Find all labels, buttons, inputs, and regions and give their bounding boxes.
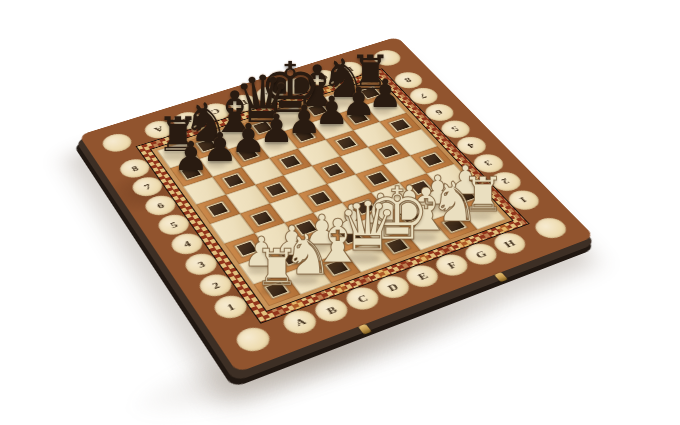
coordinate-label: 3: [482, 159, 494, 168]
coordinate-label: 3: [195, 259, 207, 270]
dark-square-inlay: [399, 209, 420, 222]
coordinate-label: 6: [155, 200, 166, 210]
dark-square-inlay: [296, 221, 317, 235]
dark-square-inlay: [266, 282, 287, 297]
coordinate-label: 1: [517, 195, 530, 205]
dark-square-inlay: [252, 212, 272, 226]
dark-square-inlay: [411, 181, 431, 194]
coordinate-label: 2: [500, 177, 512, 186]
dark-square-inlay: [295, 129, 314, 141]
corner-disc: [369, 48, 405, 69]
dark-square-inlay: [327, 260, 348, 275]
dark-square-inlay: [444, 218, 465, 232]
coordinate-label: H: [501, 238, 517, 249]
corner-disc: [530, 215, 572, 242]
product-photo: AABBCCDDEEFFGGHH1122334455667788 ♜♞♝♛♚♝♞…: [0, 0, 680, 425]
coordinate-label: C: [355, 292, 371, 304]
coordinate-label: A: [292, 315, 308, 328]
coordinate-label: 4: [466, 141, 478, 150]
dark-square-inlay: [379, 145, 399, 157]
dark-square-inlay: [361, 87, 380, 98]
corner-disc: [231, 324, 274, 356]
corner-disc: [99, 131, 136, 155]
dark-square-inlay: [239, 147, 258, 159]
coordinate-label: F: [291, 82, 303, 91]
coordinate-label: B: [181, 116, 193, 125]
coordinate-label: G: [473, 248, 489, 260]
coordinate-label: F: [445, 259, 459, 270]
coordinate-label: 2: [210, 280, 222, 291]
dark-square-inlay: [281, 156, 301, 168]
dark-square-inlay: [354, 200, 374, 213]
coordinate-label: B: [324, 304, 339, 316]
dark-square-inlay: [267, 183, 287, 196]
coordinate-label: E: [264, 90, 276, 99]
coordinate-label: D: [385, 281, 401, 293]
coordinate-label: 5: [168, 219, 179, 229]
dark-square-inlay: [341, 230, 362, 244]
coordinate-label: 8: [130, 164, 141, 173]
dark-square-inlay: [197, 139, 216, 151]
coordinate-label: H: [342, 65, 356, 74]
dark-square-inlay: [367, 172, 387, 185]
coordinate-label: D: [236, 99, 249, 108]
dark-square-inlay: [349, 112, 368, 124]
coordinate-label: 8: [403, 76, 414, 84]
coordinate-label: 7: [142, 182, 153, 192]
dark-square-inlay: [308, 104, 327, 115]
coordinate-label: E: [415, 270, 430, 282]
dark-square-inlay: [324, 164, 344, 177]
dark-square-inlay: [337, 137, 356, 149]
dark-square-inlay: [391, 119, 410, 131]
dark-square-inlay: [181, 166, 200, 179]
coordinate-label: 7: [418, 92, 429, 100]
dark-square-inlay: [422, 153, 442, 165]
dark-square-inlay: [208, 203, 228, 216]
coordinate-label: A: [153, 125, 166, 134]
dark-square-inlay: [387, 239, 408, 253]
coordinate-label: 5: [449, 125, 461, 134]
coordinate-label: 4: [181, 239, 193, 249]
dark-square-inlay: [455, 189, 476, 202]
dark-square-inlay: [253, 122, 272, 134]
dark-square-inlay: [236, 241, 257, 255]
dark-square-inlay: [224, 175, 244, 188]
coordinate-label: 1: [224, 301, 236, 312]
coordinate-label: 6: [434, 108, 446, 117]
coordinate-label: G: [316, 73, 330, 82]
dark-square-inlay: [310, 192, 330, 205]
dark-square-inlay: [281, 251, 302, 265]
coordinate-label: C: [209, 107, 222, 116]
